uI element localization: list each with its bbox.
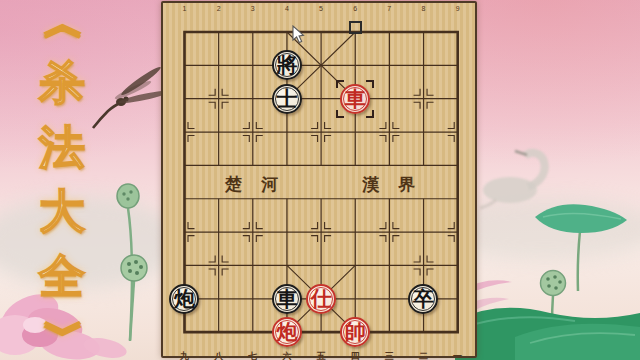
piece-glyph: 將	[276, 54, 297, 76]
xiangqi-board: 1 2 3 4 5 6 7 8 9 九 八 七 六 五 四 三 二 一 楚河 漢…	[161, 1, 477, 358]
title-char: 《	[43, 7, 81, 39]
file-label: 七	[248, 350, 257, 360]
file-label: 3	[251, 5, 255, 12]
title-banner: 《 杀 法 大 全 》	[28, 4, 96, 356]
piece-black-chariot[interactable]: 車	[272, 284, 302, 314]
mouse-cursor	[292, 25, 305, 44]
title-char: 全	[39, 254, 85, 300]
piece-red-advisor[interactable]: 仕	[306, 284, 336, 314]
selection-corner	[366, 110, 374, 118]
file-label: 6	[353, 5, 357, 12]
bottom-coordinates: 九 八 七 六 五 四 三 二 一	[167, 350, 474, 360]
piece-red-general[interactable]: 帥	[340, 317, 370, 347]
piece-glyph: 士	[276, 88, 297, 110]
file-label: 1	[183, 5, 187, 12]
file-label: 7	[387, 5, 391, 12]
file-label: 三	[385, 350, 394, 360]
selection-corner	[336, 80, 344, 88]
file-label: 九	[180, 350, 189, 360]
file-label: 5	[319, 5, 323, 12]
file-label: 4	[285, 5, 289, 12]
selection-corner	[336, 110, 344, 118]
board-grid[interactable]: 將士車炮車仕卒炮帥	[167, 15, 474, 348]
file-label: 四	[351, 350, 360, 360]
scene: 《 杀 法 大 全 》 1 2 3 4 5 6 7 8 9 九 八 七 六 五 …	[0, 0, 640, 360]
title-char: 杀	[39, 60, 85, 106]
dragonfly-icon	[85, 60, 165, 140]
file-label: 二	[419, 350, 428, 360]
title-char: 大	[39, 189, 85, 235]
piece-red-cannon[interactable]: 炮	[272, 317, 302, 347]
file-label: 2	[217, 5, 221, 12]
file-label: 五	[317, 350, 326, 360]
piece-glyph: 炮	[276, 321, 297, 343]
piece-glyph: 卒	[413, 288, 434, 310]
title-char: 法	[39, 125, 85, 171]
piece-black-general[interactable]: 將	[272, 50, 302, 80]
piece-black-advisor[interactable]: 士	[272, 84, 302, 114]
move-from-marker	[349, 21, 362, 34]
file-label: 六	[282, 350, 291, 360]
piece-black-soldier[interactable]: 卒	[408, 284, 438, 314]
lotus-plants-right	[455, 195, 640, 360]
file-label: 9	[456, 5, 460, 12]
piece-glyph: 車	[276, 288, 297, 310]
piece-glyph: 帥	[345, 321, 366, 343]
title-char: 》	[43, 321, 81, 353]
top-coordinates: 1 2 3 4 5 6 7 8 9	[167, 5, 474, 12]
file-label: 一	[453, 350, 462, 360]
file-label: 八	[214, 350, 223, 360]
file-label: 8	[421, 5, 425, 12]
piece-glyph: 車	[345, 88, 366, 110]
piece-glyph: 仕	[311, 288, 332, 310]
piece-glyph: 炮	[174, 288, 195, 310]
selection-corner	[366, 80, 374, 88]
piece-red-chariot[interactable]: 車	[340, 84, 370, 114]
piece-black-cannon[interactable]: 炮	[169, 284, 199, 314]
